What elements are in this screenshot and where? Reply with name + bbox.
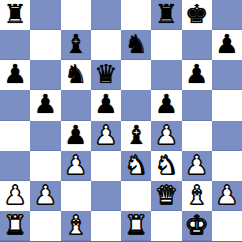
square-e4[interactable]: ♝ [121,121,151,151]
square-c1[interactable]: ♝ [61,211,91,241]
square-h8[interactable] [212,0,242,30]
square-f4[interactable]: ♟ [151,121,181,151]
piece-white-rook: ♜ [3,211,26,240]
piece-white-pawn: ♟ [155,121,178,150]
square-c3[interactable]: ♟ [61,151,91,181]
square-c7[interactable]: ♝ [61,30,91,60]
square-g3[interactable]: ♟ [182,151,212,181]
square-g6[interactable]: ♟ [182,60,212,90]
chess-board: ♜♜♚♝♞♟♟♞♛♟♟♟♟♟♟♝♟♟♞♞♟♟♟♛♝♟♜♝♜♚ [0,0,242,242]
piece-black-queen: ♛ [94,60,117,89]
square-e7[interactable]: ♞ [121,30,151,60]
piece-white-bishop: ♝ [185,181,208,210]
square-g8[interactable]: ♚ [182,0,212,30]
square-e6[interactable] [121,60,151,90]
square-d8[interactable] [91,0,121,30]
square-f6[interactable] [151,60,181,90]
square-h3[interactable] [212,151,242,181]
square-f5[interactable]: ♟ [151,90,181,120]
piece-white-pawn: ♟ [64,151,87,180]
square-a8[interactable]: ♜ [0,0,30,30]
square-f2[interactable]: ♛ [151,181,181,211]
piece-white-pawn: ♟ [185,151,208,180]
piece-black-pawn: ♟ [215,30,238,59]
square-e3[interactable]: ♞ [121,151,151,181]
square-a6[interactable]: ♟ [0,60,30,90]
square-d7[interactable] [91,30,121,60]
square-b3[interactable] [30,151,60,181]
piece-black-rook: ♜ [3,0,26,29]
square-b4[interactable] [30,121,60,151]
piece-white-pawn: ♟ [3,181,26,210]
square-c4[interactable]: ♟ [61,121,91,151]
square-a5[interactable] [0,90,30,120]
square-h7[interactable]: ♟ [212,30,242,60]
piece-black-bishop: ♝ [64,30,87,59]
piece-white-pawn: ♟ [34,181,57,210]
square-b5[interactable]: ♟ [30,90,60,120]
square-h6[interactable] [212,60,242,90]
piece-black-pawn: ♟ [185,60,208,89]
square-g5[interactable] [182,90,212,120]
piece-white-pawn: ♟ [215,181,238,210]
piece-white-queen: ♛ [155,181,178,210]
square-f1[interactable] [151,211,181,241]
piece-white-pawn: ♟ [94,121,117,150]
piece-black-pawn: ♟ [94,90,117,119]
piece-black-pawn: ♟ [64,121,87,150]
piece-white-knight: ♞ [155,151,178,180]
piece-white-knight: ♞ [124,151,147,180]
square-d2[interactable] [91,181,121,211]
square-g1[interactable]: ♚ [182,211,212,241]
square-g2[interactable]: ♝ [182,181,212,211]
square-f8[interactable]: ♜ [151,0,181,30]
square-h1[interactable] [212,211,242,241]
piece-black-pawn: ♟ [3,60,26,89]
square-b6[interactable] [30,60,60,90]
square-f7[interactable] [151,30,181,60]
square-d6[interactable]: ♛ [91,60,121,90]
square-d4[interactable]: ♟ [91,121,121,151]
piece-black-king: ♚ [185,0,208,29]
square-c2[interactable] [61,181,91,211]
square-a4[interactable] [0,121,30,151]
piece-black-bishop: ♝ [124,121,147,150]
square-a1[interactable]: ♜ [0,211,30,241]
piece-black-pawn: ♟ [34,90,57,119]
square-d1[interactable] [91,211,121,241]
square-d5[interactable]: ♟ [91,90,121,120]
square-c8[interactable] [61,0,91,30]
square-f3[interactable]: ♞ [151,151,181,181]
square-e5[interactable] [121,90,151,120]
square-a3[interactable] [0,151,30,181]
piece-white-king: ♚ [185,211,208,240]
square-h4[interactable] [212,121,242,151]
square-b8[interactable] [30,0,60,30]
square-c6[interactable]: ♞ [61,60,91,90]
square-a2[interactable]: ♟ [0,181,30,211]
square-g4[interactable] [182,121,212,151]
square-e8[interactable] [121,0,151,30]
square-e1[interactable]: ♜ [121,211,151,241]
piece-black-pawn: ♟ [155,90,178,119]
square-h5[interactable] [212,90,242,120]
square-g7[interactable] [182,30,212,60]
square-c5[interactable] [61,90,91,120]
piece-black-knight: ♞ [124,30,147,59]
piece-black-rook: ♜ [155,0,178,29]
piece-black-knight: ♞ [64,60,87,89]
square-a7[interactable] [0,30,30,60]
square-e2[interactable] [121,181,151,211]
square-b7[interactable] [30,30,60,60]
square-d3[interactable] [91,151,121,181]
piece-white-bishop: ♝ [64,211,87,240]
square-h2[interactable]: ♟ [212,181,242,211]
square-b2[interactable]: ♟ [30,181,60,211]
square-b1[interactable] [30,211,60,241]
piece-white-rook: ♜ [124,211,147,240]
